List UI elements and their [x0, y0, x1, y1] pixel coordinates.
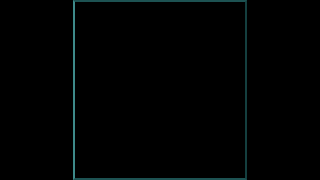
board-grid — [75, 2, 245, 178]
chess-board — [73, 0, 247, 180]
thumbnail-stage — [0, 0, 320, 180]
